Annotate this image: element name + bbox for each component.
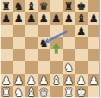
square-g7[interactable]: ♝: [75, 12, 88, 24]
square-e8[interactable]: [50, 0, 63, 12]
square-d5[interactable]: ♞: [38, 37, 51, 49]
square-h3[interactable]: [88, 61, 101, 73]
square-d2[interactable]: ♟: [38, 74, 51, 86]
piece-white-pawn[interactable]: ♟: [63, 74, 76, 86]
square-e1[interactable]: [50, 86, 63, 98]
piece-white-knight[interactable]: ♞: [63, 61, 76, 73]
piece-black-rook[interactable]: ♜: [0, 0, 13, 12]
square-b8[interactable]: ♞: [13, 0, 26, 12]
square-h4[interactable]: [88, 49, 101, 61]
piece-white-pawn[interactable]: ♟: [88, 74, 101, 86]
square-c1[interactable]: ♝: [25, 86, 38, 98]
square-a5[interactable]: [0, 37, 13, 49]
square-c5[interactable]: [25, 37, 38, 49]
square-a1[interactable]: ♜: [0, 86, 13, 98]
square-b6[interactable]: [13, 25, 26, 37]
square-e2[interactable]: ♝: [50, 74, 63, 86]
square-h2[interactable]: ♟: [88, 74, 101, 86]
piece-black-pawn[interactable]: ♟: [25, 12, 38, 24]
piece-black-pawn[interactable]: ♟: [38, 12, 51, 24]
piece-black-knight[interactable]: ♞: [38, 37, 51, 49]
square-c6[interactable]: [25, 25, 38, 37]
piece-white-pawn[interactable]: ♟: [75, 74, 88, 86]
piece-white-rook[interactable]: ♜: [0, 86, 13, 98]
square-h1[interactable]: [88, 86, 101, 98]
square-a2[interactable]: ♟: [0, 74, 13, 86]
square-d1[interactable]: ♛: [38, 86, 51, 98]
square-f2[interactable]: ♟: [63, 74, 76, 86]
square-a6[interactable]: [0, 25, 13, 37]
chess-board: ♜♞♝♛♜♚♟♟♟♟♟♟♝♟♟♞♞♟♟♟♟♝♟♟♟♜♞♝♛♜♚: [0, 0, 100, 98]
piece-black-pawn[interactable]: ♟: [50, 12, 63, 24]
square-c2[interactable]: ♟: [25, 74, 38, 86]
square-c4[interactable]: [25, 49, 38, 61]
square-b4[interactable]: [13, 49, 26, 61]
square-g2[interactable]: ♟: [75, 74, 88, 86]
board-grid[interactable]: ♜♞♝♛♜♚♟♟♟♟♟♟♝♟♟♞♞♟♟♟♟♝♟♟♟♜♞♝♛♜♚: [0, 0, 100, 98]
square-e3[interactable]: [50, 61, 63, 73]
piece-white-pawn[interactable]: ♟: [13, 74, 26, 86]
square-h7[interactable]: ♟: [88, 12, 101, 24]
piece-black-king[interactable]: ♚: [75, 0, 88, 12]
square-e6[interactable]: [50, 25, 63, 37]
piece-white-king[interactable]: ♚: [75, 86, 88, 98]
square-c7[interactable]: ♟: [25, 12, 38, 24]
piece-white-queen[interactable]: ♛: [38, 86, 51, 98]
square-f5[interactable]: [63, 37, 76, 49]
square-g8[interactable]: ♚: [75, 0, 88, 12]
square-a3[interactable]: [0, 61, 13, 73]
piece-black-rook[interactable]: ♜: [63, 0, 76, 12]
square-f7[interactable]: ♟: [63, 12, 76, 24]
square-h6[interactable]: [88, 25, 101, 37]
piece-black-pawn[interactable]: ♟: [13, 12, 26, 24]
piece-white-bishop[interactable]: ♝: [50, 74, 63, 86]
square-f3[interactable]: ♞: [63, 61, 76, 73]
square-e7[interactable]: ♟: [50, 12, 63, 24]
square-b1[interactable]: ♞: [13, 86, 26, 98]
piece-white-bishop[interactable]: ♝: [25, 86, 38, 98]
piece-black-pawn[interactable]: ♟: [0, 12, 13, 24]
square-d4[interactable]: [38, 49, 51, 61]
piece-black-bishop[interactable]: ♝: [75, 12, 88, 24]
square-a7[interactable]: ♟: [0, 12, 13, 24]
square-a8[interactable]: ♜: [0, 0, 13, 12]
square-a4[interactable]: [0, 49, 13, 61]
piece-white-pawn[interactable]: ♟: [0, 74, 13, 86]
piece-white-rook[interactable]: ♜: [63, 86, 76, 98]
square-e4[interactable]: [50, 49, 63, 61]
piece-white-knight[interactable]: ♞: [13, 86, 26, 98]
square-f6[interactable]: [63, 25, 76, 37]
square-g6[interactable]: ♟: [75, 25, 88, 37]
piece-black-pawn[interactable]: ♟: [88, 12, 101, 24]
square-d3[interactable]: [38, 61, 51, 73]
square-b7[interactable]: ♟: [13, 12, 26, 24]
piece-black-pawn[interactable]: ♟: [63, 12, 76, 24]
square-b2[interactable]: ♟: [13, 74, 26, 86]
square-d6[interactable]: [38, 25, 51, 37]
square-g1[interactable]: ♚: [75, 86, 88, 98]
square-d7[interactable]: ♟: [38, 12, 51, 24]
square-g4[interactable]: [75, 49, 88, 61]
square-e5[interactable]: [50, 37, 63, 49]
square-c8[interactable]: ♝: [25, 0, 38, 12]
piece-black-queen[interactable]: ♛: [38, 0, 51, 12]
piece-black-knight[interactable]: ♞: [13, 0, 26, 12]
piece-black-bishop[interactable]: ♝: [25, 0, 38, 12]
piece-white-pawn[interactable]: ♟: [38, 74, 51, 86]
square-h5[interactable]: [88, 37, 101, 49]
square-c3[interactable]: [25, 61, 38, 73]
square-b5[interactable]: [13, 37, 26, 49]
piece-black-pawn[interactable]: ♟: [75, 25, 88, 37]
square-h8[interactable]: [88, 0, 101, 12]
square-g3[interactable]: [75, 61, 88, 73]
square-f1[interactable]: ♜: [63, 86, 76, 98]
piece-white-pawn[interactable]: ♟: [25, 74, 38, 86]
square-f8[interactable]: ♜: [63, 0, 76, 12]
square-f4[interactable]: [63, 49, 76, 61]
square-b3[interactable]: [13, 61, 26, 73]
square-d8[interactable]: ♛: [38, 0, 51, 12]
square-g5[interactable]: [75, 37, 88, 49]
